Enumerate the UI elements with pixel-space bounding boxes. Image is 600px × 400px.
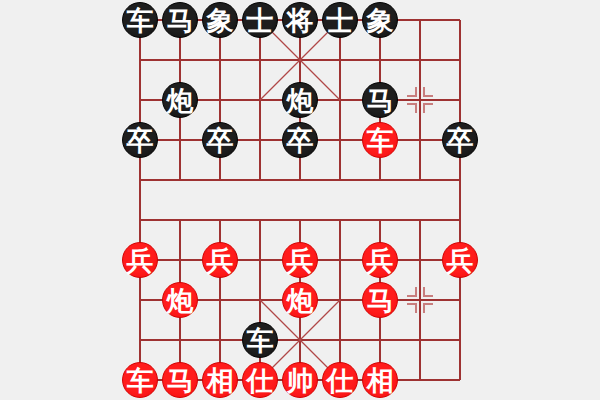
- piece-red-cannon[interactable]: 炮: [162, 282, 198, 318]
- board-point-c6r2: [320, 40, 360, 80]
- board-point-c4r5: [240, 160, 280, 200]
- board-point-c5r4: 卒: [280, 120, 320, 160]
- board-point-c3r2: [200, 40, 240, 80]
- piece-black-chariot[interactable]: 车: [122, 2, 158, 38]
- board-point-c8r6: [400, 200, 440, 240]
- board-point-c5r3: 炮: [280, 80, 320, 120]
- board-point-c3r5: [200, 160, 240, 200]
- board-point-c9r6: [440, 200, 480, 240]
- board-point-c6r1: 士: [320, 0, 360, 40]
- board-point-c2r9: [160, 320, 200, 360]
- board-point-c8r9: [400, 320, 440, 360]
- board-point-c2r8: 炮: [160, 280, 200, 320]
- board-point-c1r3: [120, 80, 160, 120]
- piece-black-soldier[interactable]: 卒: [282, 122, 318, 158]
- board-point-c9r8: [440, 280, 480, 320]
- board-point-c9r5: [440, 160, 480, 200]
- board-point-c3r6: [200, 200, 240, 240]
- board-point-c1r4: 卒: [120, 120, 160, 160]
- board-point-c5r1: 将: [280, 0, 320, 40]
- board-point-c3r9: [200, 320, 240, 360]
- piece-black-soldier[interactable]: 卒: [202, 122, 238, 158]
- board-point-c2r2: [160, 40, 200, 80]
- board-point-c1r1: 车: [120, 0, 160, 40]
- board-point-c9r7: 兵: [440, 240, 480, 280]
- piece-black-horse[interactable]: 马: [362, 82, 398, 118]
- board-point-c4r7: [240, 240, 280, 280]
- board-point-c6r6: [320, 200, 360, 240]
- board-point-c5r7: 兵: [280, 240, 320, 280]
- board-point-c9r2: [440, 40, 480, 80]
- board-point-c8r1: [400, 0, 440, 40]
- board-point-c4r9: 车: [240, 320, 280, 360]
- board-point-c4r10: 仕: [240, 360, 280, 400]
- piece-red-chariot[interactable]: 车: [122, 362, 158, 398]
- piece-red-soldier[interactable]: 兵: [122, 242, 158, 278]
- board-point-c7r1: 象: [360, 0, 400, 40]
- board-point-c8r4: [400, 120, 440, 160]
- piece-red-chariot[interactable]: 车: [362, 122, 398, 158]
- board-point-c6r9: [320, 320, 360, 360]
- board-point-c1r6: [120, 200, 160, 240]
- board-point-c8r8: [400, 280, 440, 320]
- piece-black-advisor[interactable]: 士: [322, 2, 358, 38]
- board-point-c8r5: [400, 160, 440, 200]
- board-point-c6r8: [320, 280, 360, 320]
- board-point-c4r1: 士: [240, 0, 280, 40]
- board-point-c8r7: [400, 240, 440, 280]
- piece-black-chariot[interactable]: 车: [242, 322, 278, 358]
- board-point-c7r7: 兵: [360, 240, 400, 280]
- board-point-c9r9: [440, 320, 480, 360]
- board-point-c7r10: 相: [360, 360, 400, 400]
- board-point-c5r5: [280, 160, 320, 200]
- board-point-c7r8: 马: [360, 280, 400, 320]
- piece-black-soldier[interactable]: 卒: [442, 122, 478, 158]
- board-point-c4r3: [240, 80, 280, 120]
- board-point-c4r4: [240, 120, 280, 160]
- board-point-c2r4: [160, 120, 200, 160]
- board-point-c3r1: 象: [200, 0, 240, 40]
- board-point-c7r6: [360, 200, 400, 240]
- xiangqi-app: 车马象士将士象炮炮马卒卒卒车卒兵兵兵兵兵炮炮马车车马相仕帅仕相: [0, 0, 600, 400]
- piece-red-elephant[interactable]: 相: [202, 362, 238, 398]
- board-point-c6r10: 仕: [320, 360, 360, 400]
- piece-red-advisor[interactable]: 仕: [322, 362, 358, 398]
- board-point-c9r3: [440, 80, 480, 120]
- board-point-c4r6: [240, 200, 280, 240]
- board-point-c3r4: 卒: [200, 120, 240, 160]
- piece-black-soldier[interactable]: 卒: [122, 122, 158, 158]
- board-point-c6r4: [320, 120, 360, 160]
- board-point-c5r6: [280, 200, 320, 240]
- board-point-c2r10: 马: [160, 360, 200, 400]
- board-point-c7r3: 马: [360, 80, 400, 120]
- board-point-c8r10: [400, 360, 440, 400]
- piece-red-advisor[interactable]: 仕: [242, 362, 278, 398]
- board-point-c9r10: [440, 360, 480, 400]
- board-point-c5r2: [280, 40, 320, 80]
- board-point-c4r2: [240, 40, 280, 80]
- board-point-c5r9: [280, 320, 320, 360]
- piece-red-general[interactable]: 帅: [282, 362, 318, 398]
- board-point-c9r1: [440, 0, 480, 40]
- piece-red-soldier[interactable]: 兵: [282, 242, 318, 278]
- piece-red-soldier[interactable]: 兵: [202, 242, 238, 278]
- piece-black-advisor[interactable]: 士: [242, 2, 278, 38]
- board-point-c5r10: 帅: [280, 360, 320, 400]
- piece-red-cannon[interactable]: 炮: [282, 282, 318, 318]
- board-point-c3r8: [200, 280, 240, 320]
- board-point-c2r5: [160, 160, 200, 200]
- board-point-c4r8: [240, 280, 280, 320]
- piece-black-elephant[interactable]: 象: [362, 2, 398, 38]
- board-point-c1r8: [120, 280, 160, 320]
- board-point-c7r5: [360, 160, 400, 200]
- piece-black-elephant[interactable]: 象: [202, 2, 238, 38]
- piece-black-cannon[interactable]: 炮: [282, 82, 318, 118]
- board-point-c3r3: [200, 80, 240, 120]
- board-point-c2r3: 炮: [160, 80, 200, 120]
- board-point-c1r9: [120, 320, 160, 360]
- board-point-c6r3: [320, 80, 360, 120]
- board-point-c2r6: [160, 200, 200, 240]
- board-point-c7r9: [360, 320, 400, 360]
- piece-red-soldier[interactable]: 兵: [442, 242, 478, 278]
- piece-red-horse[interactable]: 马: [362, 282, 398, 318]
- board-point-c7r2: [360, 40, 400, 80]
- piece-red-soldier[interactable]: 兵: [362, 242, 398, 278]
- piece-black-horse[interactable]: 马: [162, 2, 198, 38]
- xiangqi-board: 车马象士将士象炮炮马卒卒卒车卒兵兵兵兵兵炮炮马车车马相仕帅仕相: [120, 0, 480, 400]
- board-point-c1r2: [120, 40, 160, 80]
- board-point-c6r7: [320, 240, 360, 280]
- board-point-c1r10: 车: [120, 360, 160, 400]
- board-point-c2r1: 马: [160, 0, 200, 40]
- board-point-c8r3: [400, 80, 440, 120]
- piece-red-horse[interactable]: 马: [162, 362, 198, 398]
- board-point-c3r7: 兵: [200, 240, 240, 280]
- piece-black-general[interactable]: 将: [282, 2, 318, 38]
- board-point-c8r2: [400, 40, 440, 80]
- board-point-c1r7: 兵: [120, 240, 160, 280]
- board-point-c3r10: 相: [200, 360, 240, 400]
- board-point-c7r4: 车: [360, 120, 400, 160]
- board-point-c6r5: [320, 160, 360, 200]
- piece-red-elephant[interactable]: 相: [362, 362, 398, 398]
- board-point-c1r5: [120, 160, 160, 200]
- piece-black-cannon[interactable]: 炮: [162, 82, 198, 118]
- board-point-c2r7: [160, 240, 200, 280]
- board-point-c9r4: 卒: [440, 120, 480, 160]
- board-point-c5r8: 炮: [280, 280, 320, 320]
